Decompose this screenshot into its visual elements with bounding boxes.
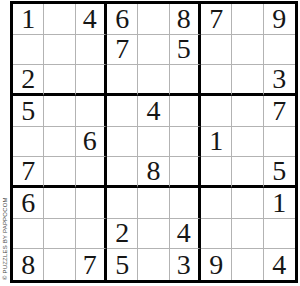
cell-r1c3-given: 4 bbox=[76, 4, 107, 35]
cell-r6c3-empty[interactable] bbox=[76, 157, 107, 188]
cell-r6c7-empty[interactable] bbox=[201, 157, 232, 188]
cell-r5c9-empty[interactable] bbox=[264, 127, 295, 158]
sudoku-board: 1468797523547617856124875394 bbox=[10, 1, 298, 283]
cell-r2c5-empty[interactable] bbox=[138, 35, 169, 66]
cell-r6c8-empty[interactable] bbox=[232, 157, 263, 188]
cell-r7c5-empty[interactable] bbox=[138, 188, 169, 219]
cell-r8c3-empty[interactable] bbox=[76, 219, 107, 250]
cell-r8c9-empty[interactable] bbox=[264, 219, 295, 250]
cell-r9c1-given: 8 bbox=[13, 249, 44, 280]
cell-r3c3-empty[interactable] bbox=[76, 65, 107, 96]
cell-r3c2-empty[interactable] bbox=[44, 65, 75, 96]
cell-r9c6-given: 3 bbox=[170, 249, 201, 280]
cell-r9c8-empty[interactable] bbox=[232, 249, 263, 280]
cell-r6c5-given: 8 bbox=[138, 157, 169, 188]
cell-r5c3-given: 6 bbox=[76, 127, 107, 158]
cell-r6c4-empty[interactable] bbox=[107, 157, 138, 188]
cell-r5c5-empty[interactable] bbox=[138, 127, 169, 158]
cell-r7c4-empty[interactable] bbox=[107, 188, 138, 219]
cell-r7c8-empty[interactable] bbox=[232, 188, 263, 219]
cell-r1c7-given: 7 bbox=[201, 4, 232, 35]
cell-r1c2-empty[interactable] bbox=[44, 4, 75, 35]
cell-r4c1-given: 5 bbox=[13, 96, 44, 127]
cell-r5c4-empty[interactable] bbox=[107, 127, 138, 158]
cell-r3c8-empty[interactable] bbox=[232, 65, 263, 96]
cell-r2c8-empty[interactable] bbox=[232, 35, 263, 66]
cell-r2c2-empty[interactable] bbox=[44, 35, 75, 66]
cell-r4c7-empty[interactable] bbox=[201, 96, 232, 127]
cell-r1c5-empty[interactable] bbox=[138, 4, 169, 35]
cell-r1c4-given: 6 bbox=[107, 4, 138, 35]
cell-r4c5-given: 4 bbox=[138, 96, 169, 127]
cell-r3c7-empty[interactable] bbox=[201, 65, 232, 96]
cell-r6c2-empty[interactable] bbox=[44, 157, 75, 188]
cell-r3c4-empty[interactable] bbox=[107, 65, 138, 96]
cell-r2c7-empty[interactable] bbox=[201, 35, 232, 66]
cell-r3c9-given: 3 bbox=[264, 65, 295, 96]
cell-r9c9-given: 4 bbox=[264, 249, 295, 280]
cell-r3c1-given: 2 bbox=[13, 65, 44, 96]
cell-r9c7-given: 9 bbox=[201, 249, 232, 280]
cell-r2c4-given: 7 bbox=[107, 35, 138, 66]
cell-r8c7-empty[interactable] bbox=[201, 219, 232, 250]
cell-r1c9-given: 9 bbox=[264, 4, 295, 35]
cell-r8c4-given: 2 bbox=[107, 219, 138, 250]
cell-r9c5-empty[interactable] bbox=[138, 249, 169, 280]
cell-r8c8-empty[interactable] bbox=[232, 219, 263, 250]
cell-r7c9-given: 1 bbox=[264, 188, 295, 219]
cell-r2c6-given: 5 bbox=[170, 35, 201, 66]
cell-r1c1-given: 1 bbox=[13, 4, 44, 35]
cell-r4c3-empty[interactable] bbox=[76, 96, 107, 127]
cell-r9c4-given: 5 bbox=[107, 249, 138, 280]
cell-r4c4-empty[interactable] bbox=[107, 96, 138, 127]
cell-r1c8-empty[interactable] bbox=[232, 4, 263, 35]
cell-r9c3-given: 7 bbox=[76, 249, 107, 280]
cell-r5c6-empty[interactable] bbox=[170, 127, 201, 158]
cell-r6c9-given: 5 bbox=[264, 157, 295, 188]
cell-r5c2-empty[interactable] bbox=[44, 127, 75, 158]
cell-r6c6-empty[interactable] bbox=[170, 157, 201, 188]
cell-r5c8-empty[interactable] bbox=[232, 127, 263, 158]
cell-r8c5-empty[interactable] bbox=[138, 219, 169, 250]
cell-r7c3-empty[interactable] bbox=[76, 188, 107, 219]
cell-r5c7-given: 1 bbox=[201, 127, 232, 158]
cell-r2c9-empty[interactable] bbox=[264, 35, 295, 66]
cell-r3c6-empty[interactable] bbox=[170, 65, 201, 96]
cell-r7c7-empty[interactable] bbox=[201, 188, 232, 219]
cell-r7c2-empty[interactable] bbox=[44, 188, 75, 219]
cell-r2c3-empty[interactable] bbox=[76, 35, 107, 66]
cell-r6c1-given: 7 bbox=[13, 157, 44, 188]
cell-r8c6-given: 4 bbox=[170, 219, 201, 250]
cell-r7c1-given: 6 bbox=[13, 188, 44, 219]
cell-r4c6-empty[interactable] bbox=[170, 96, 201, 127]
cell-r7c6-empty[interactable] bbox=[170, 188, 201, 219]
cell-r8c2-empty[interactable] bbox=[44, 219, 75, 250]
cell-r4c8-empty[interactable] bbox=[232, 96, 263, 127]
cell-r4c2-empty[interactable] bbox=[44, 96, 75, 127]
cell-r2c1-empty[interactable] bbox=[13, 35, 44, 66]
cell-r5c1-empty[interactable] bbox=[13, 127, 44, 158]
cell-r9c2-empty[interactable] bbox=[44, 249, 75, 280]
cell-r8c1-empty[interactable] bbox=[13, 219, 44, 250]
cell-r1c6-given: 8 bbox=[170, 4, 201, 35]
cell-r3c5-empty[interactable] bbox=[138, 65, 169, 96]
copyright-text: © PUZZLES BY PAPPOCOM bbox=[2, 192, 8, 280]
cell-r4c9-given: 7 bbox=[264, 96, 295, 127]
